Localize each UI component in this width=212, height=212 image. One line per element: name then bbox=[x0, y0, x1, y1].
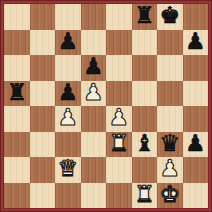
square-g4[interactable] bbox=[157, 106, 183, 132]
square-g1[interactable]: ♚ bbox=[157, 183, 183, 209]
square-a8[interactable] bbox=[4, 4, 30, 30]
square-b8[interactable] bbox=[30, 4, 56, 30]
square-g7[interactable] bbox=[157, 30, 183, 56]
square-h1[interactable] bbox=[183, 183, 209, 209]
square-a2[interactable] bbox=[4, 157, 30, 183]
square-g3[interactable]: ♛ bbox=[157, 132, 183, 158]
black-pawn[interactable]: ♟ bbox=[57, 30, 78, 55]
square-g5[interactable] bbox=[157, 81, 183, 107]
square-d6[interactable]: ♟ bbox=[81, 55, 107, 81]
square-b6[interactable] bbox=[30, 55, 56, 81]
white-rook[interactable]: ♜ bbox=[134, 183, 155, 208]
square-f5[interactable] bbox=[132, 81, 158, 107]
square-d5[interactable]: ♟ bbox=[81, 81, 107, 107]
square-c5[interactable]: ♟ bbox=[55, 81, 81, 107]
square-b7[interactable] bbox=[30, 30, 56, 56]
square-a3[interactable] bbox=[4, 132, 30, 158]
square-f4[interactable] bbox=[132, 106, 158, 132]
square-f2[interactable] bbox=[132, 157, 158, 183]
square-b5[interactable] bbox=[30, 81, 56, 107]
square-c1[interactable] bbox=[55, 183, 81, 209]
square-a1[interactable] bbox=[4, 183, 30, 209]
white-pawn[interactable]: ♟ bbox=[57, 106, 78, 131]
square-d4[interactable] bbox=[81, 106, 107, 132]
black-rook[interactable]: ♜ bbox=[6, 81, 27, 106]
square-h2[interactable] bbox=[183, 157, 209, 183]
square-d7[interactable] bbox=[81, 30, 107, 56]
square-g8[interactable]: ♚ bbox=[157, 4, 183, 30]
white-pawn[interactable]: ♟ bbox=[108, 106, 129, 131]
square-e3[interactable]: ♜ bbox=[106, 132, 132, 158]
square-d2[interactable] bbox=[81, 157, 107, 183]
square-f7[interactable] bbox=[132, 30, 158, 56]
square-b4[interactable] bbox=[30, 106, 56, 132]
black-pawn[interactable]: ♟ bbox=[185, 30, 206, 55]
square-e5[interactable] bbox=[106, 81, 132, 107]
square-c4[interactable]: ♟ bbox=[55, 106, 81, 132]
square-e7[interactable] bbox=[106, 30, 132, 56]
square-e1[interactable] bbox=[106, 183, 132, 209]
board-frame: ♜♚♟♟♟♜♟♟♟♟♜♝♛♟♛♟♜♚ bbox=[0, 0, 212, 212]
square-b2[interactable] bbox=[30, 157, 56, 183]
square-c7[interactable]: ♟ bbox=[55, 30, 81, 56]
square-g2[interactable]: ♟ bbox=[157, 157, 183, 183]
black-bishop[interactable]: ♝ bbox=[134, 132, 155, 157]
white-pawn[interactable]: ♟ bbox=[159, 157, 180, 182]
square-e2[interactable] bbox=[106, 157, 132, 183]
square-h4[interactable] bbox=[183, 106, 209, 132]
black-rook[interactable]: ♜ bbox=[134, 4, 155, 29]
square-h8[interactable] bbox=[183, 4, 209, 30]
black-pawn[interactable]: ♟ bbox=[83, 55, 104, 80]
square-d8[interactable] bbox=[81, 4, 107, 30]
square-e4[interactable]: ♟ bbox=[106, 106, 132, 132]
square-a6[interactable] bbox=[4, 55, 30, 81]
square-c8[interactable] bbox=[55, 4, 81, 30]
square-b3[interactable] bbox=[30, 132, 56, 158]
white-king[interactable]: ♚ bbox=[159, 183, 180, 208]
square-f6[interactable] bbox=[132, 55, 158, 81]
square-b1[interactable] bbox=[30, 183, 56, 209]
square-c6[interactable] bbox=[55, 55, 81, 81]
square-e8[interactable] bbox=[106, 4, 132, 30]
square-a7[interactable] bbox=[4, 30, 30, 56]
square-f1[interactable]: ♜ bbox=[132, 183, 158, 209]
square-a5[interactable]: ♜ bbox=[4, 81, 30, 107]
square-d1[interactable] bbox=[81, 183, 107, 209]
square-h6[interactable] bbox=[183, 55, 209, 81]
square-f8[interactable]: ♜ bbox=[132, 4, 158, 30]
square-d3[interactable] bbox=[81, 132, 107, 158]
white-pawn[interactable]: ♟ bbox=[83, 81, 104, 106]
black-king[interactable]: ♚ bbox=[159, 4, 180, 29]
square-g6[interactable] bbox=[157, 55, 183, 81]
white-rook[interactable]: ♜ bbox=[108, 132, 129, 157]
black-pawn[interactable]: ♟ bbox=[57, 81, 78, 106]
square-a4[interactable] bbox=[4, 106, 30, 132]
chess-board: ♜♚♟♟♟♜♟♟♟♟♜♝♛♟♛♟♜♚ bbox=[4, 4, 208, 208]
square-f3[interactable]: ♝ bbox=[132, 132, 158, 158]
square-h7[interactable]: ♟ bbox=[183, 30, 209, 56]
square-e6[interactable] bbox=[106, 55, 132, 81]
black-queen[interactable]: ♛ bbox=[159, 132, 180, 157]
square-c3[interactable] bbox=[55, 132, 81, 158]
square-h3[interactable]: ♟ bbox=[183, 132, 209, 158]
square-c2[interactable]: ♛ bbox=[55, 157, 81, 183]
white-queen[interactable]: ♛ bbox=[57, 157, 78, 182]
square-h5[interactable] bbox=[183, 81, 209, 107]
black-pawn[interactable]: ♟ bbox=[185, 132, 206, 157]
